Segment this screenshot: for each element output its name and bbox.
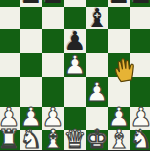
square-d3[interactable] xyxy=(64,77,86,107)
white-king-e1[interactable]: ♚ xyxy=(85,126,108,151)
square-e1[interactable]: ♚ xyxy=(86,130,108,151)
square-e3[interactable]: ♟ xyxy=(86,77,108,107)
square-b7[interactable]: ♟ xyxy=(20,0,42,7)
white-bishop-c1[interactable]: ♝ xyxy=(41,126,64,151)
square-d7[interactable] xyxy=(64,0,86,7)
square-c5[interactable] xyxy=(42,29,64,53)
square-a4[interactable] xyxy=(0,53,20,77)
square-e6[interactable]: ♝ xyxy=(86,7,108,29)
square-b6[interactable] xyxy=(20,7,42,29)
square-e5[interactable] xyxy=(86,29,108,53)
square-f5[interactable] xyxy=(108,29,130,53)
black-pawn-c7[interactable]: ♟ xyxy=(41,0,64,7)
black-pawn-g7[interactable]: ♟ xyxy=(129,0,150,7)
square-a6[interactable] xyxy=(0,7,20,29)
hand-glove-graphic xyxy=(110,54,138,84)
square-f6[interactable] xyxy=(108,7,130,29)
white-bishop-f1[interactable]: ♝ xyxy=(107,126,130,151)
square-g7[interactable]: ♟ xyxy=(130,0,150,7)
square-a5[interactable] xyxy=(0,29,20,53)
square-a7[interactable] xyxy=(0,0,20,7)
square-e4[interactable] xyxy=(86,53,108,77)
square-f7[interactable]: ♟ xyxy=(108,0,130,7)
square-c6[interactable] xyxy=(42,7,64,29)
white-rook-a1[interactable]: ♜ xyxy=(0,126,21,151)
square-b5[interactable] xyxy=(20,29,42,53)
square-g6[interactable] xyxy=(130,7,150,29)
square-c4[interactable] xyxy=(42,53,64,77)
black-bishop-e6[interactable]: ♝ xyxy=(85,5,108,31)
square-c1[interactable]: ♝ xyxy=(42,130,64,151)
black-pawn-f7[interactable]: ♟ xyxy=(107,0,130,7)
square-b1[interactable]: ♞ xyxy=(20,130,42,151)
white-pawn-e3[interactable]: ♟ xyxy=(85,79,108,105)
square-c7[interactable]: ♟ xyxy=(42,0,64,7)
square-d1[interactable]: ♛ xyxy=(64,130,86,151)
square-g5[interactable] xyxy=(130,29,150,53)
white-queen-d1[interactable]: ♛ xyxy=(63,126,86,151)
hand-cursor-icon xyxy=(110,54,138,84)
square-g1[interactable]: ♞ xyxy=(130,130,150,151)
white-knight-g1[interactable]: ♞ xyxy=(129,126,150,151)
square-b4[interactable] xyxy=(20,53,42,77)
square-d4[interactable]: ♟ xyxy=(64,53,86,77)
white-knight-b1[interactable]: ♞ xyxy=(19,126,42,151)
black-pawn-b7[interactable]: ♟ xyxy=(19,0,42,7)
chess-board-viewport: ♟♟♟♟♝♟♟♟♟♟♟♟♟♜♞♝♛♚♝♞ xyxy=(0,0,150,150)
square-f1[interactable]: ♝ xyxy=(108,130,130,151)
square-a1[interactable]: ♜ xyxy=(0,130,20,151)
white-pawn-d4[interactable]: ♟ xyxy=(63,52,86,78)
